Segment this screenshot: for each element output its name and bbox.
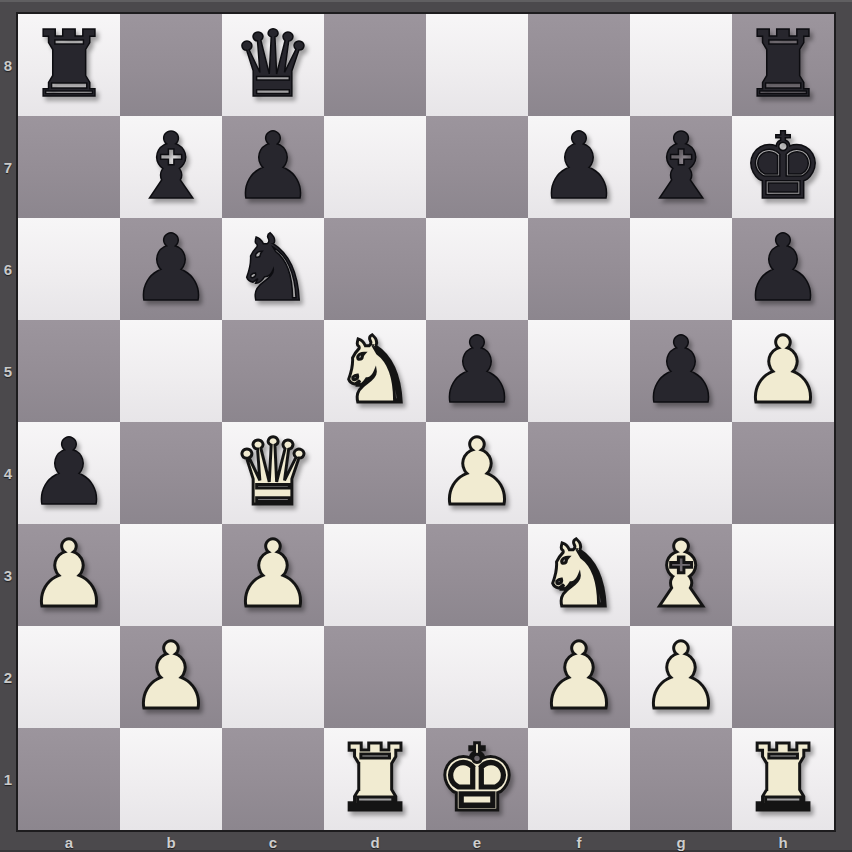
black-king-icon: ♚: [742, 116, 824, 218]
black-rook-icon: ♜: [28, 14, 110, 116]
square-g3[interactable]: ♝: [630, 524, 732, 626]
black-pawn-icon: ♟: [436, 320, 518, 422]
black-pawn-icon: ♟: [640, 320, 722, 422]
square-h4[interactable]: [732, 422, 834, 524]
white-queen-icon: ♛: [232, 422, 314, 524]
square-d1[interactable]: ♜: [324, 728, 426, 830]
white-knight-icon: ♞: [334, 320, 416, 422]
square-a2[interactable]: [18, 626, 120, 728]
square-b1[interactable]: [120, 728, 222, 830]
square-b4[interactable]: [120, 422, 222, 524]
white-pawn-icon: ♟: [640, 626, 722, 728]
rank-label-5: 5: [0, 320, 16, 422]
chess-board-frame: ♜♛♜♝♟♟♝♚♟♞♟♞♟♟♟♟♛♟♟♟♞♝♟♟♟♜♚♜ 87654321 ab…: [0, 0, 852, 852]
file-label-b: b: [120, 832, 222, 852]
square-e7[interactable]: [426, 116, 528, 218]
white-pawn-icon: ♟: [130, 626, 212, 728]
square-e3[interactable]: [426, 524, 528, 626]
rank-label-3: 3: [0, 524, 16, 626]
square-c1[interactable]: [222, 728, 324, 830]
white-rook-icon: ♜: [334, 728, 416, 830]
square-h7[interactable]: ♚: [732, 116, 834, 218]
file-label-d: d: [324, 832, 426, 852]
square-f1[interactable]: [528, 728, 630, 830]
square-f7[interactable]: ♟: [528, 116, 630, 218]
black-queen-icon: ♛: [232, 14, 314, 116]
file-label-g: g: [630, 832, 732, 852]
black-pawn-icon: ♟: [130, 218, 212, 320]
white-king-icon: ♚: [436, 728, 518, 830]
square-g8[interactable]: [630, 14, 732, 116]
square-h6[interactable]: ♟: [732, 218, 834, 320]
square-g6[interactable]: [630, 218, 732, 320]
square-a5[interactable]: [18, 320, 120, 422]
square-a3[interactable]: ♟: [18, 524, 120, 626]
square-a6[interactable]: [18, 218, 120, 320]
black-rook-icon: ♜: [742, 14, 824, 116]
square-h8[interactable]: ♜: [732, 14, 834, 116]
file-label-a: a: [18, 832, 120, 852]
square-a4[interactable]: ♟: [18, 422, 120, 524]
square-g1[interactable]: [630, 728, 732, 830]
black-bishop-icon: ♝: [640, 116, 722, 218]
black-pawn-icon: ♟: [232, 116, 314, 218]
square-c6[interactable]: ♞: [222, 218, 324, 320]
square-e8[interactable]: [426, 14, 528, 116]
square-g4[interactable]: [630, 422, 732, 524]
square-b5[interactable]: [120, 320, 222, 422]
square-d4[interactable]: [324, 422, 426, 524]
black-pawn-icon: ♟: [742, 218, 824, 320]
rank-label-4: 4: [0, 422, 16, 524]
square-e1[interactable]: ♚: [426, 728, 528, 830]
square-c3[interactable]: ♟: [222, 524, 324, 626]
square-h5[interactable]: ♟: [732, 320, 834, 422]
square-e2[interactable]: [426, 626, 528, 728]
square-b3[interactable]: [120, 524, 222, 626]
square-c5[interactable]: [222, 320, 324, 422]
white-knight-icon: ♞: [538, 524, 620, 626]
square-d3[interactable]: [324, 524, 426, 626]
file-label-c: c: [222, 832, 324, 852]
square-g2[interactable]: ♟: [630, 626, 732, 728]
square-g7[interactable]: ♝: [630, 116, 732, 218]
square-d8[interactable]: [324, 14, 426, 116]
square-e6[interactable]: [426, 218, 528, 320]
square-f6[interactable]: [528, 218, 630, 320]
square-d5[interactable]: ♞: [324, 320, 426, 422]
rank-label-1: 1: [0, 728, 16, 830]
square-f8[interactable]: [528, 14, 630, 116]
square-f5[interactable]: [528, 320, 630, 422]
black-pawn-icon: ♟: [538, 116, 620, 218]
square-d2[interactable]: [324, 626, 426, 728]
white-pawn-icon: ♟: [742, 320, 824, 422]
white-bishop-icon: ♝: [640, 524, 722, 626]
square-f2[interactable]: ♟: [528, 626, 630, 728]
black-knight-icon: ♞: [232, 218, 314, 320]
square-f3[interactable]: ♞: [528, 524, 630, 626]
square-h3[interactable]: [732, 524, 834, 626]
black-pawn-icon: ♟: [28, 422, 110, 524]
square-c2[interactable]: [222, 626, 324, 728]
square-h2[interactable]: [732, 626, 834, 728]
square-b7[interactable]: ♝: [120, 116, 222, 218]
square-a1[interactable]: [18, 728, 120, 830]
file-label-e: e: [426, 832, 528, 852]
square-g5[interactable]: ♟: [630, 320, 732, 422]
white-pawn-icon: ♟: [436, 422, 518, 524]
white-pawn-icon: ♟: [538, 626, 620, 728]
square-e4[interactable]: ♟: [426, 422, 528, 524]
white-pawn-icon: ♟: [232, 524, 314, 626]
square-e5[interactable]: ♟: [426, 320, 528, 422]
rank-label-6: 6: [0, 218, 16, 320]
square-c8[interactable]: ♛: [222, 14, 324, 116]
file-label-h: h: [732, 832, 834, 852]
square-h1[interactable]: ♜: [732, 728, 834, 830]
white-rook-icon: ♜: [742, 728, 824, 830]
file-label-f: f: [528, 832, 630, 852]
square-b6[interactable]: ♟: [120, 218, 222, 320]
chess-board: ♜♛♜♝♟♟♝♚♟♞♟♞♟♟♟♟♛♟♟♟♞♝♟♟♟♜♚♜: [16, 12, 836, 832]
rank-label-7: 7: [0, 116, 16, 218]
square-b2[interactable]: ♟: [120, 626, 222, 728]
square-d6[interactable]: [324, 218, 426, 320]
rank-label-2: 2: [0, 626, 16, 728]
square-a8[interactable]: ♜: [18, 14, 120, 116]
square-b8[interactable]: [120, 14, 222, 116]
rank-label-8: 8: [0, 14, 16, 116]
square-a7[interactable]: [18, 116, 120, 218]
square-c7[interactable]: ♟: [222, 116, 324, 218]
white-pawn-icon: ♟: [28, 524, 110, 626]
black-bishop-icon: ♝: [130, 116, 212, 218]
square-c4[interactable]: ♛: [222, 422, 324, 524]
square-f4[interactable]: [528, 422, 630, 524]
square-d7[interactable]: [324, 116, 426, 218]
